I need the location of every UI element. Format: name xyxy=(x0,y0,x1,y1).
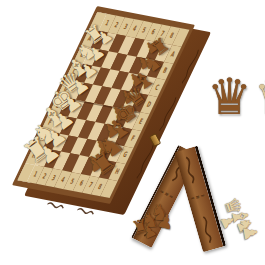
product-photo: 12345678AABBCCDDEEFFGGHH12345678 ♜♞♝♛♚♝♞… xyxy=(0,0,265,265)
spare-queens: ♛ ♛ xyxy=(207,72,265,122)
carved-scroll-ornament xyxy=(44,198,67,212)
carved-scroll-ornament xyxy=(179,47,202,85)
carved-scroll-ornament xyxy=(156,95,179,133)
spare-queen-walnut: ♛ xyxy=(207,72,252,122)
stored-pieces-maple: ♛♝♞♟♟ xyxy=(216,190,265,240)
carved-scroll-ornament xyxy=(180,154,200,186)
spare-queen-maple: ♛ xyxy=(254,72,265,122)
stored-pieces-walnut: ♜♞♞♟♟ xyxy=(128,188,174,238)
carved-scroll-ornament xyxy=(74,204,97,218)
white-stored-piece: ♟ xyxy=(240,223,261,242)
carved-scroll-ornament xyxy=(197,213,217,245)
carved-scroll-ornament xyxy=(134,142,157,180)
brown-stored-piece: ♟ xyxy=(155,210,176,233)
carved-center-motif: ≈≋≈ xyxy=(187,191,209,203)
